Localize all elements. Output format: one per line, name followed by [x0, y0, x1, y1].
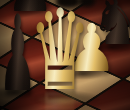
- gold-queen-piece[interactable]: ♛: [29, 0, 91, 106]
- chess-scene-3d: ♟ ♞ ♛ ♟ ♟ ♛: [0, 0, 130, 110]
